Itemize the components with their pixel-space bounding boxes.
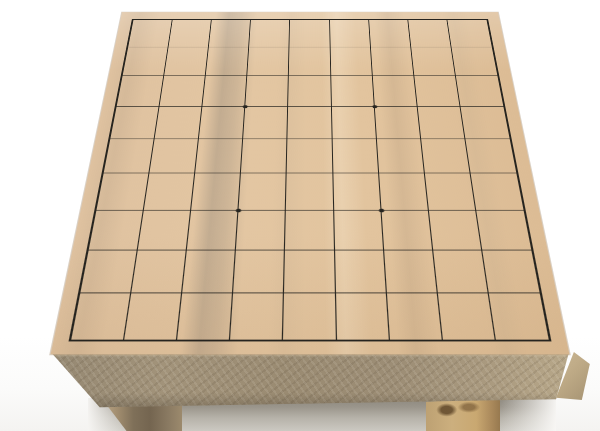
grid-cell[interactable] [451, 47, 497, 76]
grid-cell[interactable] [177, 293, 233, 339]
grid-cell[interactable] [289, 47, 331, 76]
grid-cell[interactable] [289, 76, 332, 107]
grid-cell[interactable] [489, 293, 549, 339]
grid-cell[interactable] [239, 174, 287, 211]
grid-cell[interactable] [288, 106, 332, 139]
grid-cell[interactable] [248, 47, 290, 76]
grid-cell[interactable] [417, 106, 465, 139]
grid-cell[interactable] [164, 47, 209, 76]
grid-cell[interactable] [476, 211, 531, 251]
grid-cell[interactable] [246, 76, 290, 107]
grid-cell[interactable] [425, 174, 476, 211]
grid-cell[interactable] [332, 139, 379, 174]
grid-cell[interactable] [104, 139, 155, 174]
grid-cell[interactable] [286, 174, 333, 211]
grid-cell[interactable] [144, 174, 195, 211]
grid-cell[interactable] [287, 139, 333, 174]
board-top-surface [51, 12, 570, 354]
grid-cell[interactable] [421, 139, 471, 174]
grid-cell[interactable] [285, 211, 334, 251]
grid-cell[interactable] [138, 211, 192, 251]
shogi-board-photo [0, 0, 600, 431]
grid-cell[interactable] [414, 76, 460, 107]
grid-cell[interactable] [460, 106, 509, 139]
grid-cell[interactable] [369, 20, 411, 47]
grid-cell[interactable] [233, 251, 285, 294]
grid-cell[interactable] [411, 47, 456, 76]
grid-cell[interactable] [71, 293, 131, 339]
grid-cell[interactable] [381, 211, 433, 251]
grid-cell[interactable] [169, 20, 212, 47]
grid-cell[interactable] [331, 106, 376, 139]
grid-cell[interactable] [372, 76, 417, 107]
grid-cell[interactable] [330, 47, 372, 76]
grid-cell[interactable] [379, 174, 429, 211]
grid-cell[interactable] [241, 139, 288, 174]
grid-cell[interactable] [290, 20, 330, 47]
grid-cell[interactable] [123, 47, 169, 76]
grid-cell[interactable] [110, 106, 159, 139]
grid-cell[interactable] [96, 174, 149, 211]
grid-cell[interactable] [482, 251, 540, 294]
grid-cell[interactable] [243, 106, 288, 139]
grid-cell[interactable] [334, 211, 384, 251]
grid-cell[interactable] [155, 106, 203, 139]
grid-cell[interactable] [128, 20, 172, 47]
star-point [372, 105, 377, 108]
grid-cell[interactable] [377, 139, 425, 174]
grid-cell[interactable] [283, 293, 336, 339]
grid-cell[interactable] [336, 293, 390, 339]
board-grid [69, 19, 552, 341]
grid-cell[interactable] [471, 174, 524, 211]
grid-cell[interactable] [117, 76, 165, 107]
grid-cell[interactable] [199, 106, 245, 139]
grid-cell[interactable] [230, 293, 284, 339]
grid-cell[interactable] [456, 76, 504, 107]
grid-cell[interactable] [333, 174, 381, 211]
grid-cell[interactable] [131, 251, 187, 294]
grid-cell[interactable] [438, 293, 496, 339]
grid-cell[interactable] [331, 76, 375, 107]
grid-cell[interactable] [195, 139, 243, 174]
board-leg-right [426, 397, 500, 431]
grid-cell[interactable] [408, 20, 451, 47]
grid-cell[interactable] [182, 251, 236, 294]
grid-cell[interactable] [284, 251, 335, 294]
grid-cell[interactable] [236, 211, 286, 251]
grid-cell[interactable] [249, 20, 290, 47]
grid-cell[interactable] [429, 211, 483, 251]
grid-cell[interactable] [374, 106, 420, 139]
grid-cell[interactable] [124, 293, 182, 339]
grid-cell[interactable] [465, 139, 516, 174]
grid-cell[interactable] [149, 139, 199, 174]
grid-cell[interactable] [335, 251, 387, 294]
grid-cell[interactable] [187, 211, 239, 251]
grid-cell[interactable] [89, 211, 144, 251]
grid-cell[interactable] [206, 47, 250, 76]
grid-cell[interactable] [209, 20, 251, 47]
grid-cell[interactable] [191, 174, 241, 211]
grid-cell[interactable] [160, 76, 206, 107]
grid-cell[interactable] [371, 47, 415, 76]
grid-cell[interactable] [80, 251, 138, 294]
grid-cell[interactable] [433, 251, 489, 294]
grid-cell[interactable] [330, 20, 371, 47]
grid-cell[interactable] [387, 293, 443, 339]
star-point [378, 209, 383, 213]
grid-cell[interactable] [203, 76, 248, 107]
grid-cell[interactable] [447, 20, 491, 47]
grid-cell[interactable] [384, 251, 438, 294]
